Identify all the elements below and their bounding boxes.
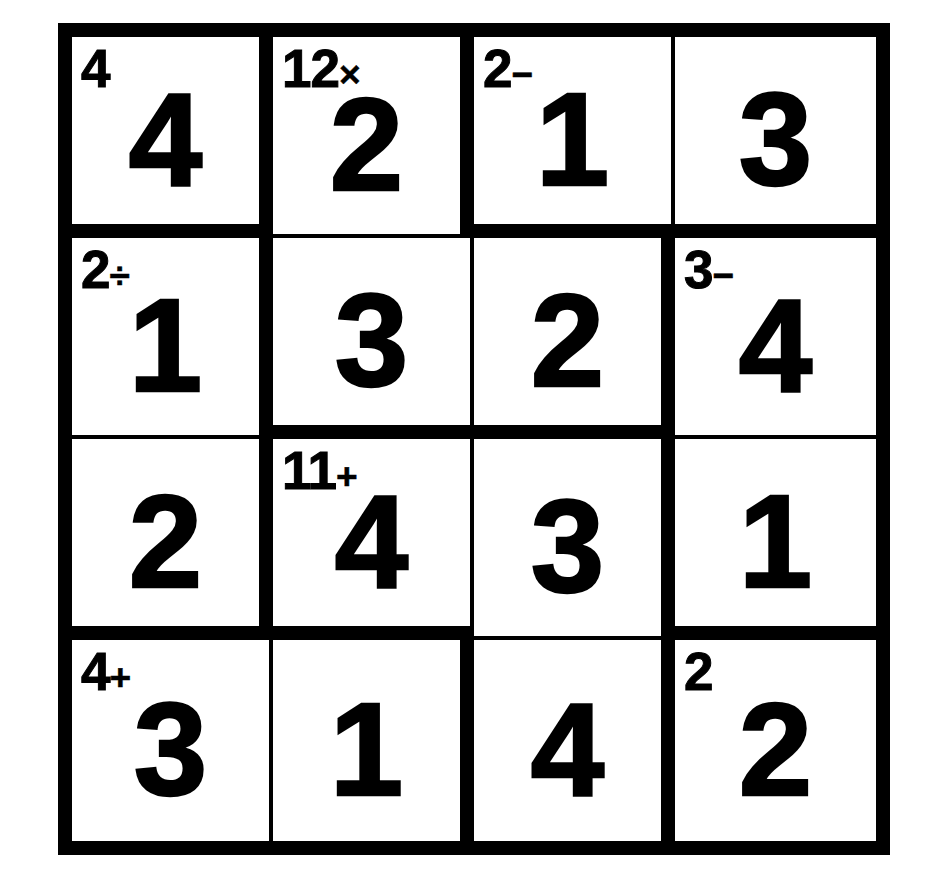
- cell-value: 1: [129, 280, 202, 412]
- cell-r1c2[interactable]: 2: [474, 238, 675, 439]
- cell-value: 1: [739, 476, 812, 608]
- cell-r3c1[interactable]: 1: [273, 640, 474, 841]
- cell-value: 3: [531, 481, 604, 613]
- cell-r2c2[interactable]: 3: [474, 439, 675, 640]
- cell-value: 1: [536, 74, 609, 206]
- kenken-board: 4412×22−132÷1323−4211+4314+31422: [58, 23, 890, 855]
- cell-r1c0[interactable]: 2÷1: [72, 238, 273, 439]
- cage-clue-target: 2: [684, 642, 712, 701]
- cage-clue: 2÷: [81, 243, 129, 296]
- cell-value: 3: [739, 74, 812, 206]
- cell-value: 4: [531, 684, 604, 816]
- cell-value: 4: [739, 280, 812, 412]
- cell-r1c1[interactable]: 3: [273, 238, 474, 439]
- cage-clue-operator: −: [712, 254, 733, 296]
- cage-clue-target: 3: [684, 240, 712, 299]
- cell-r2c3[interactable]: 1: [675, 439, 876, 640]
- cell-r0c0[interactable]: 44: [72, 37, 273, 238]
- cell-r3c2[interactable]: 4: [474, 640, 675, 841]
- cage-clue-operator: ÷: [109, 254, 128, 296]
- cage-clue: 4: [81, 42, 109, 95]
- cell-r3c3[interactable]: 22: [675, 640, 876, 841]
- cell-value: 1: [330, 684, 403, 816]
- cell-value: 2: [129, 476, 202, 608]
- cell-r2c1[interactable]: 11+4: [273, 439, 474, 640]
- cage-clue: 2−: [483, 42, 532, 95]
- cell-value: 2: [531, 275, 604, 407]
- cage-clue-target: 4: [81, 39, 109, 98]
- cell-value: 4: [335, 476, 408, 608]
- cell-value: 3: [335, 275, 408, 407]
- cell-r1c3[interactable]: 3−4: [675, 238, 876, 439]
- cage-clue-target: 2: [81, 240, 109, 299]
- cage-clue: 3−: [684, 243, 733, 296]
- cell-value: 3: [134, 684, 207, 816]
- cell-r0c3[interactable]: 3: [675, 37, 876, 238]
- cage-clue: 4+: [81, 645, 130, 698]
- cage-clue: 2: [684, 645, 712, 698]
- cell-value: 2: [739, 684, 812, 816]
- cell-r0c1[interactable]: 12×2: [273, 37, 474, 238]
- cage-clue-target: 4: [81, 642, 109, 701]
- cell-r3c0[interactable]: 4+3: [72, 640, 273, 841]
- cage-clue-target: 2: [483, 39, 511, 98]
- cell-r0c2[interactable]: 2−1: [474, 37, 675, 238]
- cage-clue-operator: +: [109, 656, 130, 698]
- cage-clue-operator: −: [511, 53, 532, 95]
- cell-value: 2: [330, 79, 403, 211]
- cell-r2c0[interactable]: 2: [72, 439, 273, 640]
- cell-value: 4: [129, 74, 202, 206]
- cage-clue-target: 11: [282, 441, 336, 500]
